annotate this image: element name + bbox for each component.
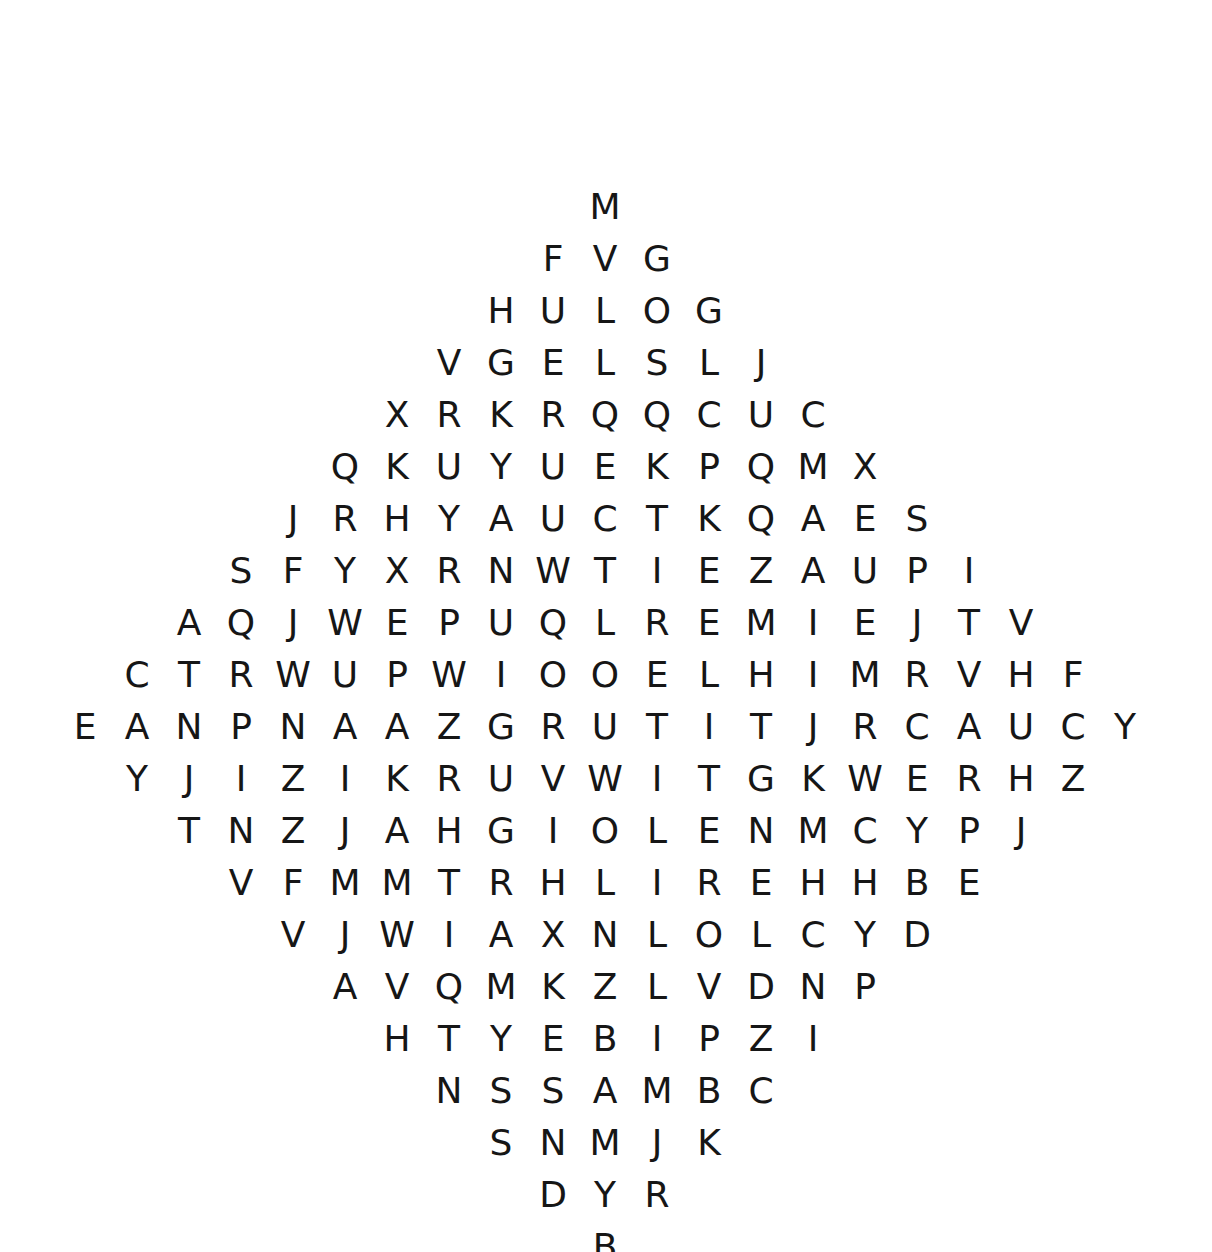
grid-cell[interactable]: Z <box>735 1013 787 1065</box>
grid-cell[interactable]: T <box>683 753 735 805</box>
grid-cell[interactable]: D <box>891 909 943 961</box>
grid-cell[interactable]: M <box>579 1117 631 1169</box>
grid-cell[interactable]: R <box>527 701 579 753</box>
grid-cell[interactable]: N <box>475 545 527 597</box>
grid-cell[interactable]: U <box>475 753 527 805</box>
grid-cell[interactable]: E <box>839 597 891 649</box>
grid-cell[interactable]: R <box>631 597 683 649</box>
grid-cell[interactable]: U <box>735 389 787 441</box>
grid-cell[interactable]: Z <box>423 701 475 753</box>
grid-cell[interactable]: J <box>787 701 839 753</box>
grid-cell[interactable]: L <box>631 805 683 857</box>
grid-cell[interactable]: C <box>683 389 735 441</box>
grid-cell[interactable]: N <box>423 1065 475 1117</box>
grid-cell[interactable]: K <box>371 753 423 805</box>
grid-cell[interactable]: C <box>111 649 163 701</box>
grid-cell[interactable]: M <box>839 649 891 701</box>
grid-cell[interactable]: V <box>423 337 475 389</box>
grid-cell[interactable]: H <box>839 857 891 909</box>
grid-cell[interactable]: E <box>579 441 631 493</box>
grid-cell[interactable]: P <box>891 545 943 597</box>
grid-cell[interactable]: L <box>735 909 787 961</box>
grid-cell[interactable]: W <box>319 597 371 649</box>
grid-cell[interactable]: V <box>683 961 735 1013</box>
grid-cell[interactable]: H <box>475 285 527 337</box>
grid-cell[interactable]: O <box>579 649 631 701</box>
grid-cell[interactable]: W <box>839 753 891 805</box>
grid-cell[interactable]: J <box>631 1117 683 1169</box>
grid-cell[interactable]: K <box>527 961 579 1013</box>
grid-cell[interactable]: O <box>527 649 579 701</box>
grid-cell[interactable]: A <box>163 597 215 649</box>
grid-cell[interactable]: P <box>683 1013 735 1065</box>
grid-cell[interactable]: N <box>163 701 215 753</box>
grid-cell[interactable]: U <box>579 701 631 753</box>
grid-cell[interactable]: E <box>839 493 891 545</box>
grid-cell[interactable]: Q <box>735 493 787 545</box>
grid-cell[interactable]: T <box>631 701 683 753</box>
grid-cell[interactable]: Y <box>579 1169 631 1221</box>
grid-cell[interactable]: Y <box>475 1013 527 1065</box>
grid-cell[interactable]: N <box>267 701 319 753</box>
grid-cell[interactable]: J <box>319 805 371 857</box>
grid-cell[interactable]: Z <box>579 961 631 1013</box>
grid-cell[interactable]: X <box>371 389 423 441</box>
grid-cell[interactable]: Y <box>319 545 371 597</box>
grid-cell[interactable]: E <box>683 545 735 597</box>
grid-cell[interactable]: X <box>371 545 423 597</box>
grid-cell[interactable]: R <box>631 1169 683 1221</box>
grid-cell[interactable]: T <box>423 857 475 909</box>
grid-cell[interactable]: Y <box>891 805 943 857</box>
grid-cell[interactable]: I <box>787 597 839 649</box>
grid-cell[interactable]: V <box>215 857 267 909</box>
grid-cell[interactable]: I <box>631 753 683 805</box>
grid-cell[interactable]: Y <box>839 909 891 961</box>
grid-cell[interactable]: O <box>579 805 631 857</box>
grid-cell[interactable]: M <box>735 597 787 649</box>
grid-cell[interactable]: Y <box>475 441 527 493</box>
grid-cell[interactable]: L <box>631 909 683 961</box>
grid-cell[interactable]: J <box>267 597 319 649</box>
grid-cell[interactable]: V <box>267 909 319 961</box>
grid-cell[interactable]: P <box>943 805 995 857</box>
grid-cell[interactable]: N <box>735 805 787 857</box>
grid-cell[interactable]: E <box>683 805 735 857</box>
grid-cell[interactable]: C <box>839 805 891 857</box>
grid-cell[interactable]: H <box>735 649 787 701</box>
grid-cell[interactable]: V <box>579 233 631 285</box>
grid-cell[interactable]: E <box>527 337 579 389</box>
grid-cell[interactable]: B <box>579 1221 631 1252</box>
grid-cell[interactable]: M <box>371 857 423 909</box>
grid-cell[interactable]: W <box>579 753 631 805</box>
grid-cell[interactable]: K <box>787 753 839 805</box>
grid-cell[interactable]: I <box>423 909 475 961</box>
grid-cell[interactable]: D <box>527 1169 579 1221</box>
grid-cell[interactable]: I <box>527 805 579 857</box>
grid-cell[interactable]: I <box>475 649 527 701</box>
grid-cell[interactable]: N <box>579 909 631 961</box>
word-search-board: MFVGHULOGVGELSLJXRKRQQCUCQKUYUEKPQMXJRHY… <box>59 181 1151 1252</box>
grid-cell[interactable]: U <box>475 597 527 649</box>
grid-cell[interactable]: Q <box>735 441 787 493</box>
grid-cell[interactable]: L <box>579 285 631 337</box>
grid-cell[interactable]: P <box>423 597 475 649</box>
grid-cell[interactable]: B <box>683 1065 735 1117</box>
grid-cell[interactable]: A <box>319 701 371 753</box>
grid-cell[interactable]: A <box>787 545 839 597</box>
grid-cell[interactable]: J <box>319 909 371 961</box>
grid-cell[interactable]: K <box>475 389 527 441</box>
grid-cell[interactable]: M <box>787 805 839 857</box>
grid-cell[interactable]: K <box>683 1117 735 1169</box>
grid-cell[interactable]: F <box>267 545 319 597</box>
grid-cell[interactable]: S <box>631 337 683 389</box>
grid-cell[interactable]: I <box>787 649 839 701</box>
grid-cell[interactable]: A <box>475 493 527 545</box>
grid-cell[interactable]: A <box>943 701 995 753</box>
grid-cell[interactable]: W <box>267 649 319 701</box>
grid-cell[interactable]: S <box>215 545 267 597</box>
grid-cell[interactable]: C <box>891 701 943 753</box>
grid-cell[interactable]: H <box>423 805 475 857</box>
grid-cell[interactable]: E <box>683 597 735 649</box>
grid-cell[interactable]: I <box>631 857 683 909</box>
grid-cell[interactable]: E <box>631 649 683 701</box>
grid-cell[interactable]: P <box>215 701 267 753</box>
grid-cell[interactable]: C <box>787 909 839 961</box>
grid-cell[interactable]: H <box>371 493 423 545</box>
grid-cell[interactable]: M <box>787 441 839 493</box>
grid-cell[interactable]: K <box>683 493 735 545</box>
grid-cell[interactable]: L <box>579 337 631 389</box>
grid-cell[interactable]: V <box>527 753 579 805</box>
grid-cell[interactable]: U <box>423 441 475 493</box>
grid-cell[interactable]: R <box>215 649 267 701</box>
grid-cell[interactable]: H <box>371 1013 423 1065</box>
grid-cell[interactable]: J <box>891 597 943 649</box>
grid-cell[interactable]: A <box>319 961 371 1013</box>
grid-cell[interactable]: Z <box>735 545 787 597</box>
grid-cell[interactable]: H <box>527 857 579 909</box>
grid-cell[interactable]: L <box>683 337 735 389</box>
grid-cell[interactable]: S <box>527 1065 579 1117</box>
grid-cell[interactable]: I <box>943 545 995 597</box>
grid-cell[interactable]: Z <box>1047 753 1099 805</box>
grid-cell[interactable]: L <box>579 857 631 909</box>
grid-cell[interactable]: T <box>163 649 215 701</box>
grid-cell[interactable]: W <box>527 545 579 597</box>
grid-cell[interactable]: L <box>683 649 735 701</box>
grid-cell[interactable]: E <box>891 753 943 805</box>
grid-cell[interactable]: R <box>943 753 995 805</box>
grid-cell[interactable]: R <box>683 857 735 909</box>
grid-cell[interactable]: M <box>319 857 371 909</box>
grid-cell[interactable]: U <box>995 701 1047 753</box>
grid-cell[interactable]: F <box>527 233 579 285</box>
grid-cell[interactable]: M <box>579 181 631 233</box>
grid-cell[interactable]: V <box>371 961 423 1013</box>
grid-cell[interactable]: V <box>943 649 995 701</box>
grid-cell[interactable]: S <box>475 1065 527 1117</box>
grid-cell[interactable]: Q <box>579 389 631 441</box>
grid-cell[interactable]: J <box>267 493 319 545</box>
grid-cell[interactable]: D <box>735 961 787 1013</box>
grid-cell[interactable]: R <box>423 753 475 805</box>
grid-cell[interactable]: R <box>527 389 579 441</box>
grid-cell[interactable]: E <box>371 597 423 649</box>
grid-cell[interactable]: A <box>111 701 163 753</box>
grid-cell[interactable]: K <box>371 441 423 493</box>
grid-cell[interactable]: G <box>683 285 735 337</box>
grid-cell[interactable]: Q <box>527 597 579 649</box>
grid-cell[interactable]: I <box>683 701 735 753</box>
grid-cell[interactable]: A <box>371 805 423 857</box>
grid-cell[interactable]: X <box>839 441 891 493</box>
grid-cell[interactable]: O <box>683 909 735 961</box>
grid-cell[interactable]: T <box>943 597 995 649</box>
grid-cell[interactable]: R <box>839 701 891 753</box>
grid-cell[interactable]: U <box>319 649 371 701</box>
grid-cell[interactable]: J <box>735 337 787 389</box>
grid-cell[interactable]: L <box>579 597 631 649</box>
grid-cell[interactable]: S <box>475 1117 527 1169</box>
grid-cell[interactable]: M <box>475 961 527 1013</box>
grid-cell[interactable]: U <box>839 545 891 597</box>
grid-cell[interactable]: G <box>475 701 527 753</box>
grid-cell[interactable]: Z <box>267 753 319 805</box>
grid-cell[interactable]: Q <box>423 961 475 1013</box>
grid-cell[interactable]: F <box>267 857 319 909</box>
grid-cell[interactable]: S <box>891 493 943 545</box>
grid-cell[interactable]: G <box>475 805 527 857</box>
grid-cell[interactable]: Y <box>1099 701 1151 753</box>
grid-cell[interactable]: N <box>787 961 839 1013</box>
grid-cell[interactable]: I <box>319 753 371 805</box>
grid-cell[interactable]: R <box>319 493 371 545</box>
grid-cell[interactable]: I <box>787 1013 839 1065</box>
grid-cell[interactable]: R <box>423 545 475 597</box>
grid-cell[interactable]: H <box>995 649 1047 701</box>
grid-cell[interactable]: G <box>475 337 527 389</box>
grid-cell[interactable]: E <box>527 1013 579 1065</box>
grid-cell[interactable]: N <box>215 805 267 857</box>
grid-cell[interactable]: G <box>735 753 787 805</box>
grid-cell[interactable]: U <box>527 441 579 493</box>
grid-cell[interactable]: U <box>527 493 579 545</box>
grid-cell[interactable]: I <box>631 545 683 597</box>
grid-cell[interactable]: F <box>1047 649 1099 701</box>
grid-cell[interactable]: A <box>787 493 839 545</box>
grid-cell[interactable]: R <box>475 857 527 909</box>
grid-cell[interactable]: L <box>631 961 683 1013</box>
grid-cell[interactable]: G <box>631 233 683 285</box>
grid-cell[interactable]: P <box>839 961 891 1013</box>
grid-cell[interactable]: W <box>423 649 475 701</box>
grid-cell[interactable]: R <box>891 649 943 701</box>
grid-cell[interactable]: E <box>943 857 995 909</box>
grid-cell[interactable]: C <box>1047 701 1099 753</box>
grid-cell[interactable]: K <box>631 441 683 493</box>
grid-cell[interactable]: I <box>215 753 267 805</box>
grid-cell[interactable]: W <box>371 909 423 961</box>
grid-cell[interactable]: Q <box>215 597 267 649</box>
grid-cell[interactable]: Y <box>423 493 475 545</box>
grid-cell[interactable]: B <box>579 1013 631 1065</box>
grid-cell[interactable]: V <box>995 597 1047 649</box>
grid-cell[interactable]: N <box>527 1117 579 1169</box>
grid-cell[interactable]: E <box>735 857 787 909</box>
grid-cell[interactable]: C <box>787 389 839 441</box>
grid-cell[interactable]: T <box>423 1013 475 1065</box>
grid-cell[interactable]: I <box>631 1013 683 1065</box>
grid-cell[interactable]: P <box>371 649 423 701</box>
grid-cell[interactable]: Z <box>267 805 319 857</box>
grid-cell[interactable]: E <box>59 701 111 753</box>
grid-cell[interactable]: T <box>163 805 215 857</box>
grid-cell[interactable]: R <box>423 389 475 441</box>
grid-cell[interactable]: T <box>579 545 631 597</box>
grid-cell[interactable]: Q <box>631 389 683 441</box>
grid-cell[interactable]: A <box>475 909 527 961</box>
grid-cell[interactable]: J <box>163 753 215 805</box>
grid-cell[interactable]: J <box>995 805 1047 857</box>
grid-cell[interactable]: Y <box>111 753 163 805</box>
grid-cell[interactable]: T <box>631 493 683 545</box>
grid-cell[interactable]: A <box>579 1065 631 1117</box>
grid-cell[interactable]: O <box>631 285 683 337</box>
grid-cell[interactable]: U <box>527 285 579 337</box>
grid-cell[interactable]: P <box>683 441 735 493</box>
grid-cell[interactable]: Q <box>319 441 371 493</box>
grid-cell[interactable]: H <box>787 857 839 909</box>
grid-cell[interactable]: T <box>735 701 787 753</box>
grid-cell[interactable]: X <box>527 909 579 961</box>
grid-cell[interactable]: M <box>631 1065 683 1117</box>
grid-cell[interactable]: H <box>995 753 1047 805</box>
grid-cell[interactable]: C <box>735 1065 787 1117</box>
grid-cell[interactable]: A <box>371 701 423 753</box>
grid-cell[interactable]: B <box>891 857 943 909</box>
grid-cell[interactable]: C <box>579 493 631 545</box>
